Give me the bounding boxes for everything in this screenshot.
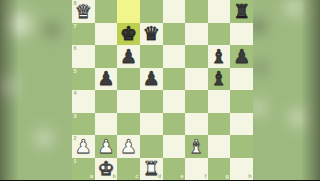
- coord-rank-3: 3: [74, 114, 77, 120]
- square-g4[interactable]: [208, 90, 231, 113]
- coord-rank-1: 1: [74, 159, 77, 165]
- square-f3[interactable]: [185, 113, 208, 136]
- square-b4[interactable]: [95, 90, 118, 113]
- piece-white-bishop-f2[interactable]: ♝: [185, 135, 208, 158]
- piece-black-pawn-b5[interactable]: ♟: [95, 68, 118, 91]
- square-e2[interactable]: [163, 135, 186, 158]
- piece-white-pawn-a2[interactable]: ♟: [72, 135, 95, 158]
- square-b3[interactable]: [95, 113, 118, 136]
- piece-black-pawn-d5[interactable]: ♟: [140, 68, 163, 91]
- square-h4[interactable]: [230, 90, 253, 113]
- square-a6[interactable]: 6: [72, 45, 95, 68]
- square-g1[interactable]: g: [208, 158, 231, 181]
- square-h8[interactable]: ♜: [230, 0, 253, 23]
- square-g3[interactable]: [208, 113, 231, 136]
- square-c1[interactable]: c: [117, 158, 140, 181]
- coord-file-g: g: [226, 174, 229, 180]
- square-a2[interactable]: 2♟: [72, 135, 95, 158]
- coord-rank-7: 7: [74, 24, 77, 30]
- piece-black-pawn-c6[interactable]: ♟: [117, 45, 140, 68]
- square-h6[interactable]: ♟: [230, 45, 253, 68]
- square-e5[interactable]: [163, 68, 186, 91]
- piece-white-pawn-b2[interactable]: ♟: [95, 135, 118, 158]
- square-d6[interactable]: [140, 45, 163, 68]
- chess-board: 8♛♜7♚♛6♟♝♟5♟♟♝432♟♟♟♝1ab♚cd♜efgh: [72, 0, 253, 180]
- square-c8[interactable]: [117, 0, 140, 23]
- piece-white-queen-a8[interactable]: ♛: [72, 0, 95, 23]
- square-d1[interactable]: d♜: [140, 158, 163, 181]
- square-f2[interactable]: ♝: [185, 135, 208, 158]
- square-g8[interactable]: [208, 0, 231, 23]
- piece-black-king-c7[interactable]: ♚: [117, 23, 140, 46]
- square-d3[interactable]: [140, 113, 163, 136]
- square-g5[interactable]: ♝: [208, 68, 231, 91]
- square-h1[interactable]: h: [230, 158, 253, 181]
- square-f7[interactable]: [185, 23, 208, 46]
- square-e4[interactable]: [163, 90, 186, 113]
- square-c4[interactable]: [117, 90, 140, 113]
- square-a4[interactable]: 4: [72, 90, 95, 113]
- square-c6[interactable]: ♟: [117, 45, 140, 68]
- square-g2[interactable]: [208, 135, 231, 158]
- piece-white-rook-d1[interactable]: ♜: [140, 158, 163, 181]
- coord-file-a: a: [90, 174, 93, 180]
- square-a1[interactable]: 1a: [72, 158, 95, 181]
- square-a3[interactable]: 3: [72, 113, 95, 136]
- coord-file-h: h: [248, 174, 251, 180]
- square-h7[interactable]: [230, 23, 253, 46]
- square-c3[interactable]: [117, 113, 140, 136]
- piece-white-pawn-c2[interactable]: ♟: [117, 135, 140, 158]
- square-d8[interactable]: [140, 0, 163, 23]
- piece-black-queen-d7[interactable]: ♛: [140, 23, 163, 46]
- coord-rank-6: 6: [74, 46, 77, 52]
- coord-rank-4: 4: [74, 91, 77, 97]
- coord-file-f: f: [204, 174, 206, 180]
- square-a5[interactable]: 5: [72, 68, 95, 91]
- square-g6[interactable]: ♝: [208, 45, 231, 68]
- square-e3[interactable]: [163, 113, 186, 136]
- square-a8[interactable]: 8♛: [72, 0, 95, 23]
- square-c5[interactable]: [117, 68, 140, 91]
- square-b7[interactable]: [95, 23, 118, 46]
- square-f1[interactable]: f: [185, 158, 208, 181]
- square-h3[interactable]: [230, 113, 253, 136]
- piece-black-bishop-g5[interactable]: ♝: [208, 68, 231, 91]
- square-b6[interactable]: [95, 45, 118, 68]
- coord-file-e: e: [181, 174, 184, 180]
- square-h5[interactable]: [230, 68, 253, 91]
- square-d4[interactable]: [140, 90, 163, 113]
- square-g7[interactable]: [208, 23, 231, 46]
- square-e8[interactable]: [163, 0, 186, 23]
- video-frame: 8♛♜7♚♛6♟♝♟5♟♟♝432♟♟♟♝1ab♚cd♜efgh: [0, 0, 320, 180]
- piece-black-bishop-g6[interactable]: ♝: [208, 45, 231, 68]
- square-e1[interactable]: e: [163, 158, 186, 181]
- square-b8[interactable]: [95, 0, 118, 23]
- square-h2[interactable]: [230, 135, 253, 158]
- square-b2[interactable]: ♟: [95, 135, 118, 158]
- square-f5[interactable]: [185, 68, 208, 91]
- coord-rank-5: 5: [74, 69, 77, 75]
- square-c2[interactable]: ♟: [117, 135, 140, 158]
- square-d5[interactable]: ♟: [140, 68, 163, 91]
- square-c7[interactable]: ♚: [117, 23, 140, 46]
- piece-black-pawn-h6[interactable]: ♟: [230, 45, 253, 68]
- piece-white-king-b1[interactable]: ♚: [95, 158, 118, 181]
- square-f4[interactable]: [185, 90, 208, 113]
- square-d7[interactable]: ♛: [140, 23, 163, 46]
- square-f6[interactable]: [185, 45, 208, 68]
- square-a7[interactable]: 7: [72, 23, 95, 46]
- piece-black-rook-h8[interactable]: ♜: [230, 0, 253, 23]
- coord-file-c: c: [135, 174, 138, 180]
- square-e6[interactable]: [163, 45, 186, 68]
- square-f8[interactable]: [185, 0, 208, 23]
- square-b1[interactable]: b♚: [95, 158, 118, 181]
- square-e7[interactable]: [163, 23, 186, 46]
- square-b5[interactable]: ♟: [95, 68, 118, 91]
- square-d2[interactable]: [140, 135, 163, 158]
